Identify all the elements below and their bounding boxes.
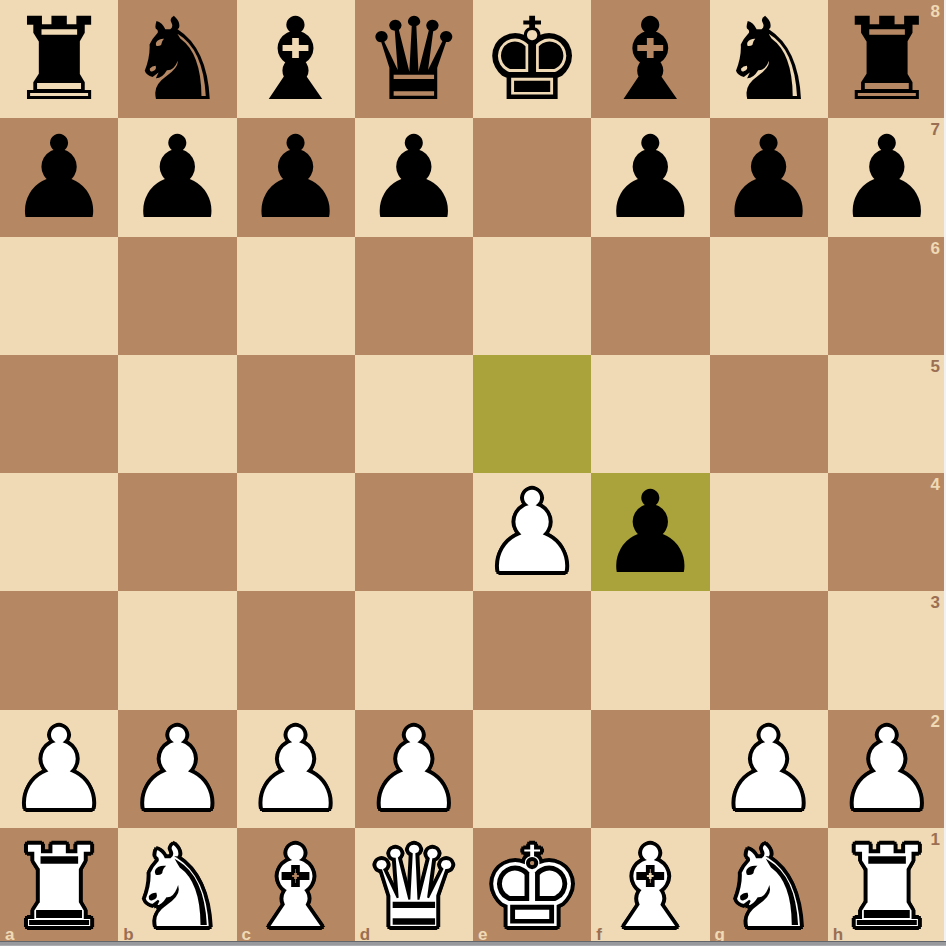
square-g1[interactable]: ♞g [710,828,828,946]
square-h4[interactable]: 4 [828,473,946,591]
square-a4[interactable] [0,473,118,591]
square-b5[interactable] [118,355,236,473]
square-d1[interactable]: ♛d [355,828,473,946]
black-pawn[interactable]: ♟ [836,121,938,235]
square-e7[interactable] [473,118,591,236]
square-h6[interactable]: 6 [828,237,946,355]
black-pawn[interactable]: ♟ [245,121,347,235]
black-bishop[interactable]: ♝ [245,3,347,117]
square-a3[interactable] [0,591,118,709]
white-queen[interactable]: ♛ [363,831,465,945]
square-a1[interactable]: ♜a [0,828,118,946]
black-knight[interactable]: ♞ [718,3,820,117]
square-g4[interactable] [710,473,828,591]
square-d8[interactable]: ♛ [355,0,473,118]
white-rook[interactable]: ♜ [8,831,110,945]
black-queen[interactable]: ♛ [363,3,465,117]
square-d5[interactable] [355,355,473,473]
white-rook[interactable]: ♜ [836,831,938,945]
square-d2[interactable]: ♟ [355,710,473,828]
square-e1[interactable]: ♚e [473,828,591,946]
white-king[interactable]: ♚ [481,831,583,945]
square-f7[interactable]: ♟ [591,118,709,236]
white-pawn[interactable]: ♟ [245,713,347,827]
square-d4[interactable] [355,473,473,591]
square-f1[interactable]: ♝f [591,828,709,946]
square-a2[interactable]: ♟ [0,710,118,828]
black-rook[interactable]: ♜ [836,3,938,117]
square-b3[interactable] [118,591,236,709]
square-a8[interactable]: ♜ [0,0,118,118]
square-a5[interactable] [0,355,118,473]
rank-label-4: 4 [931,476,940,493]
square-e4[interactable]: ♟ [473,473,591,591]
rank-label-5: 5 [931,358,940,375]
black-rook[interactable]: ♜ [8,3,110,117]
square-f8[interactable]: ♝ [591,0,709,118]
white-pawn[interactable]: ♟ [363,713,465,827]
square-e2[interactable] [473,710,591,828]
square-h5[interactable]: 5 [828,355,946,473]
square-g3[interactable] [710,591,828,709]
square-b1[interactable]: ♞b [118,828,236,946]
white-pawn[interactable]: ♟ [718,713,820,827]
square-f3[interactable] [591,591,709,709]
square-h7[interactable]: ♟7 [828,118,946,236]
square-e6[interactable] [473,237,591,355]
white-bishop[interactable]: ♝ [599,831,701,945]
black-pawn[interactable]: ♟ [363,121,465,235]
square-h8[interactable]: ♜8 [828,0,946,118]
black-pawn[interactable]: ♟ [718,121,820,235]
square-h3[interactable]: 3 [828,591,946,709]
square-b6[interactable] [118,237,236,355]
square-c6[interactable] [237,237,355,355]
white-knight[interactable]: ♞ [718,831,820,945]
black-pawn[interactable]: ♟ [126,121,228,235]
square-g7[interactable]: ♟ [710,118,828,236]
square-c2[interactable]: ♟ [237,710,355,828]
black-knight[interactable]: ♞ [126,3,228,117]
white-pawn[interactable]: ♟ [126,713,228,827]
bottom-edge-bar [0,941,946,946]
square-e5[interactable] [473,355,591,473]
square-f5[interactable] [591,355,709,473]
square-g8[interactable]: ♞ [710,0,828,118]
white-pawn[interactable]: ♟ [8,713,110,827]
square-a7[interactable]: ♟ [0,118,118,236]
square-b8[interactable]: ♞ [118,0,236,118]
square-e3[interactable] [473,591,591,709]
square-f6[interactable] [591,237,709,355]
square-g5[interactable] [710,355,828,473]
square-f4[interactable]: ♟ [591,473,709,591]
rank-label-6: 6 [931,240,940,257]
black-pawn[interactable]: ♟ [599,121,701,235]
square-d6[interactable] [355,237,473,355]
white-knight[interactable]: ♞ [126,831,228,945]
square-h1[interactable]: ♜1h [828,828,946,946]
white-pawn[interactable]: ♟ [836,713,938,827]
square-g2[interactable]: ♟ [710,710,828,828]
square-b4[interactable] [118,473,236,591]
square-c3[interactable] [237,591,355,709]
rank-label-3: 3 [931,594,940,611]
black-bishop[interactable]: ♝ [599,3,701,117]
chess-board: ♜♞♝♛♚♝♞♜8♟♟♟♟♟♟♟765♟♟43♟♟♟♟♟♟2♜a♞b♝c♛d♚e… [0,0,946,946]
square-h2[interactable]: ♟2 [828,710,946,828]
black-pawn[interactable]: ♟ [599,476,701,590]
square-c8[interactable]: ♝ [237,0,355,118]
white-bishop[interactable]: ♝ [245,831,347,945]
square-c1[interactable]: ♝c [237,828,355,946]
square-e8[interactable]: ♚ [473,0,591,118]
square-a6[interactable] [0,237,118,355]
white-pawn[interactable]: ♟ [481,476,583,590]
square-c7[interactable]: ♟ [237,118,355,236]
square-c5[interactable] [237,355,355,473]
square-f2[interactable] [591,710,709,828]
square-b7[interactable]: ♟ [118,118,236,236]
board-viewport: ♜♞♝♛♚♝♞♜8♟♟♟♟♟♟♟765♟♟43♟♟♟♟♟♟2♜a♞b♝c♛d♚e… [0,0,946,946]
square-d3[interactable] [355,591,473,709]
square-g6[interactable] [710,237,828,355]
square-c4[interactable] [237,473,355,591]
black-pawn[interactable]: ♟ [8,121,110,235]
square-d7[interactable]: ♟ [355,118,473,236]
black-king[interactable]: ♚ [481,3,583,117]
square-b2[interactable]: ♟ [118,710,236,828]
